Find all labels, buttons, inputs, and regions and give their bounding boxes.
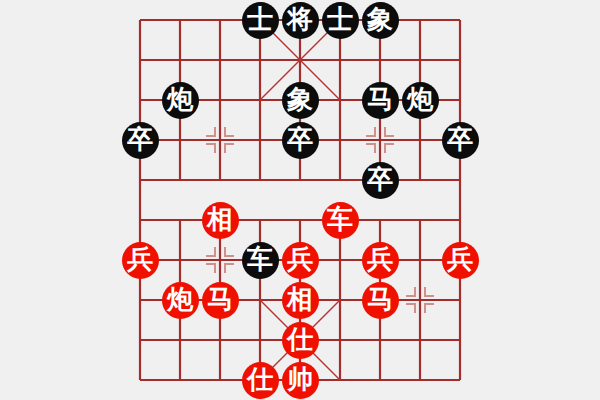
- piece-red-elephant[interactable]: 相: [202, 202, 239, 239]
- piece-layer: 士将士象炮象马炮卒卒卒卒相车兵车兵兵兵炮马相马仕仕帅: [0, 0, 600, 400]
- piece-red-cannon[interactable]: 炮: [162, 282, 199, 319]
- piece-red-horse[interactable]: 马: [362, 282, 399, 319]
- piece-black-pawn[interactable]: 卒: [282, 122, 319, 159]
- xiangqi-board: 士将士象炮象马炮卒卒卒卒相车兵车兵兵兵炮马相马仕仕帅: [0, 0, 600, 400]
- piece-red-advisor[interactable]: 仕: [242, 362, 279, 399]
- piece-red-pawn[interactable]: 兵: [282, 242, 319, 279]
- piece-red-pawn[interactable]: 兵: [122, 242, 159, 279]
- piece-black-cannon[interactable]: 炮: [162, 82, 199, 119]
- piece-red-horse[interactable]: 马: [202, 282, 239, 319]
- piece-black-chariot[interactable]: 车: [242, 242, 279, 279]
- piece-red-advisor[interactable]: 仕: [282, 322, 319, 359]
- piece-black-pawn[interactable]: 卒: [122, 122, 159, 159]
- piece-red-chariot[interactable]: 车: [322, 202, 359, 239]
- piece-black-advisor[interactable]: 士: [242, 2, 279, 39]
- piece-black-general[interactable]: 将: [282, 2, 319, 39]
- piece-black-advisor[interactable]: 士: [322, 2, 359, 39]
- piece-black-elephant[interactable]: 象: [362, 2, 399, 39]
- piece-black-horse[interactable]: 马: [362, 82, 399, 119]
- piece-black-elephant[interactable]: 象: [282, 82, 319, 119]
- piece-red-pawn[interactable]: 兵: [362, 242, 399, 279]
- piece-black-cannon[interactable]: 炮: [402, 82, 439, 119]
- piece-red-pawn[interactable]: 兵: [442, 242, 479, 279]
- piece-red-general[interactable]: 帅: [282, 362, 319, 399]
- piece-black-pawn[interactable]: 卒: [442, 122, 479, 159]
- piece-black-pawn[interactable]: 卒: [362, 162, 399, 199]
- piece-red-elephant[interactable]: 相: [282, 282, 319, 319]
